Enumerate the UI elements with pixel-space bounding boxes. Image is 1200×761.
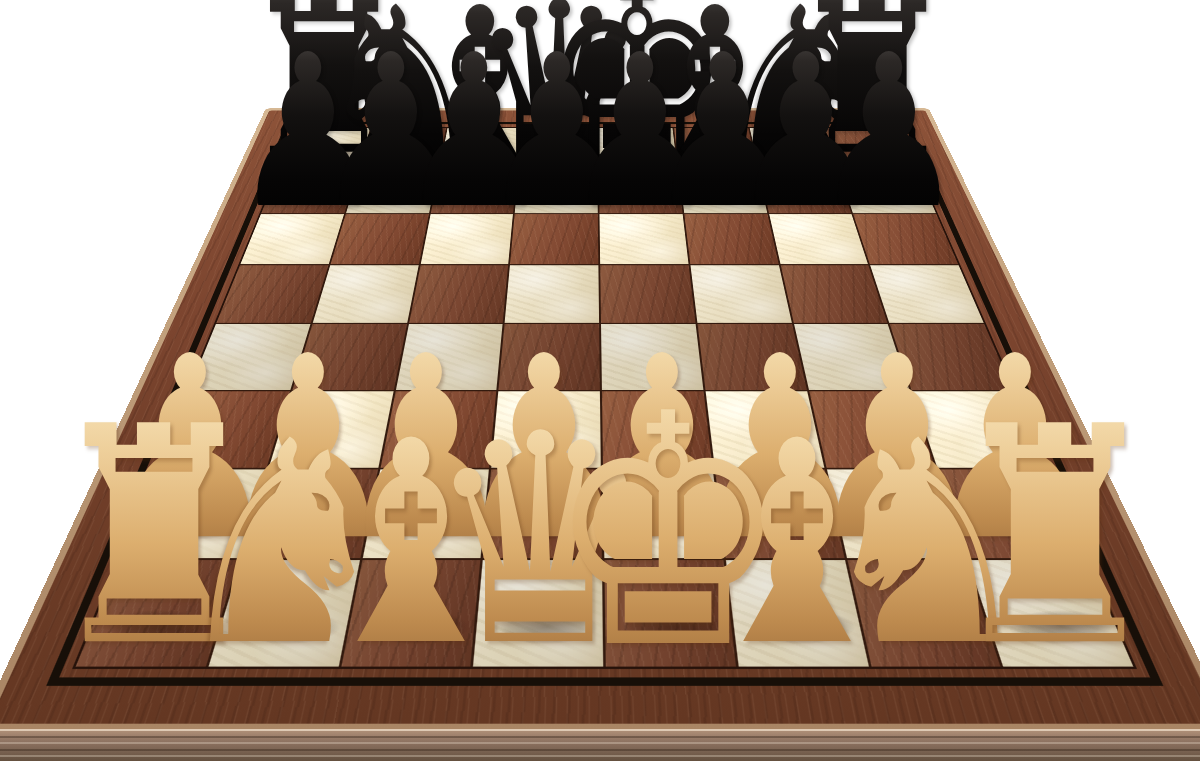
rook-glyph: ♜ — [944, 388, 1165, 688]
chessboard-photo: ♜♞♝♛♚♝♞♜♟♟♟♟♟♟♟♟♟♟♟♟♟♟♟♟♜♞♝♛♚♝♞♜ — [0, 0, 1200, 761]
pawn-glyph: ♟ — [813, 27, 964, 238]
pieces-layer: ♜♞♝♛♚♝♞♜♟♟♟♟♟♟♟♟♟♟♟♟♟♟♟♟♜♞♝♛♚♝♞♜ — [0, 0, 1200, 761]
